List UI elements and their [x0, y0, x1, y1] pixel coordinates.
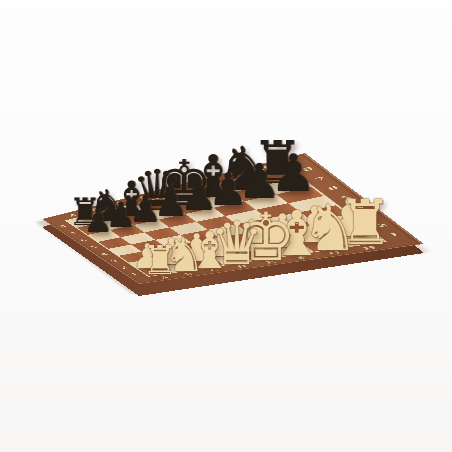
piece-black-pawn[interactable]: ♟ [83, 205, 113, 238]
pieces-layer: ♜♞♝♛♚♝♞♜♟♟♟♟♟♟♟♟♟♟♟♟♟♟♟♟♜♞♝♛♚♝♞♜ [0, 0, 452, 452]
piece-white-rook[interactable]: ♜ [142, 241, 178, 281]
chess-board-photo: ABCDEFGH ABCDEFGH 87654321 87654321 ♜♞♝♛… [0, 0, 452, 452]
